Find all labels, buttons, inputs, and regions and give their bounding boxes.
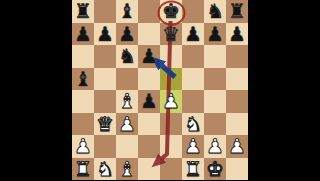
white-bishop-c1[interactable]: ♝ xyxy=(116,158,138,181)
white-pawn-a2[interactable]: ♟ xyxy=(72,135,94,158)
black-pawn-g7[interactable]: ♟ xyxy=(204,23,226,46)
black-bishop-a5[interactable]: ♝ xyxy=(72,68,94,91)
pieces-layer: ♜♝♚♞♜♟♟♟♛♟♟♟♞♟♝♝♟♟♛♟♞♟♟♟♟♜♞♝♜♚ xyxy=(72,0,248,180)
white-rook-f1[interactable]: ♜ xyxy=(182,158,204,181)
white-pawn-h2[interactable]: ♟ xyxy=(226,135,248,158)
black-bishop-c8[interactable]: ♝ xyxy=(116,0,138,23)
white-pawn-g2[interactable]: ♟ xyxy=(204,135,226,158)
black-pawn-h7[interactable]: ♟ xyxy=(226,23,248,46)
black-pawn-a7[interactable]: ♟ xyxy=(72,23,94,46)
black-knight-g8[interactable]: ♞ xyxy=(204,0,226,23)
video-frame: ♜♝♚♞♜♟♟♟♛♟♟♟♞♟♝♝♟♟♛♟♞♟♟♟♟♜♞♝♜♚ xyxy=(0,0,320,180)
left-letterbox xyxy=(0,0,72,180)
white-pawn-e4[interactable]: ♟ xyxy=(160,90,182,113)
white-knight-b1[interactable]: ♞ xyxy=(94,158,116,181)
black-pawn-f7[interactable]: ♟ xyxy=(182,23,204,46)
black-king-e8[interactable]: ♚ xyxy=(160,0,182,23)
white-rook-a1[interactable]: ♜ xyxy=(72,158,94,181)
white-bishop-c4[interactable]: ♝ xyxy=(116,90,138,113)
white-pawn-c3[interactable]: ♟ xyxy=(116,113,138,136)
white-king-g1[interactable]: ♚ xyxy=(204,158,226,181)
black-rook-h8[interactable]: ♜ xyxy=(226,0,248,23)
black-queen-e7[interactable]: ♛ xyxy=(160,23,182,46)
black-knight-c6[interactable]: ♞ xyxy=(116,45,138,68)
black-pawn-d4[interactable]: ♟ xyxy=(138,90,160,113)
black-rook-a8[interactable]: ♜ xyxy=(72,0,94,23)
right-letterbox xyxy=(248,0,320,180)
black-pawn-c7[interactable]: ♟ xyxy=(116,23,138,46)
black-pawn-d6[interactable]: ♟ xyxy=(138,45,160,68)
black-pawn-b7[interactable]: ♟ xyxy=(94,23,116,46)
white-knight-f3[interactable]: ♞ xyxy=(182,113,204,136)
white-pawn-f2[interactable]: ♟ xyxy=(182,135,204,158)
white-queen-b3[interactable]: ♛ xyxy=(94,113,116,136)
